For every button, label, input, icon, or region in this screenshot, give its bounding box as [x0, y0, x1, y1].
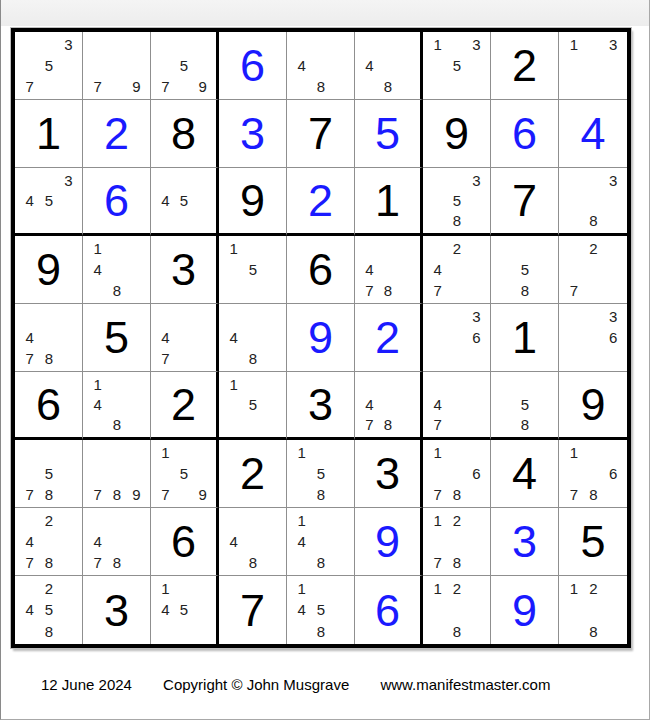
- solved-digit: 2: [104, 111, 129, 156]
- cell-r6c8[interactable]: 58: [491, 372, 559, 440]
- sudoku-board: 3577957964848135213128375964345645921358…: [11, 28, 631, 648]
- pencil-mark-5: 5: [515, 394, 534, 414]
- cell-r7c6[interactable]: 3: [355, 440, 423, 508]
- cell-r2c7[interactable]: 9: [423, 100, 491, 168]
- pencil-mark-8: 8: [584, 621, 604, 642]
- pencil-mark-1: 1: [564, 578, 584, 599]
- solved-digit: 3: [240, 111, 265, 156]
- cell-r1c1[interactable]: 357: [15, 32, 83, 100]
- pencil-marks: 358: [428, 170, 486, 231]
- given-digit: 6: [171, 519, 196, 564]
- pencil-mark-4: 4: [224, 531, 243, 552]
- pencil-mark-4: 4: [88, 259, 107, 280]
- cell-r6c4[interactable]: 15: [219, 372, 287, 440]
- pencil-mark-7: 7: [564, 484, 584, 505]
- pencil-mark-8: 8: [311, 621, 330, 642]
- pencil-mark-1: 1: [88, 374, 107, 394]
- pencil-mark-3: 3: [603, 170, 623, 190]
- pencil-mark-8: 8: [447, 211, 466, 231]
- pencil-mark-7: 7: [428, 484, 447, 505]
- pencil-mark-8: 8: [107, 280, 126, 301]
- pencil-mark-8: 8: [311, 552, 330, 573]
- solved-digit: 3: [512, 519, 537, 564]
- pencil-mark-5: 5: [175, 599, 194, 620]
- pencil-mark-5: 5: [175, 55, 194, 76]
- pencil-mark-1: 1: [88, 238, 107, 259]
- pencil-mark-7: 7: [428, 552, 447, 573]
- pencil-mark-5: 5: [243, 259, 262, 280]
- cell-r8c1[interactable]: 2478: [15, 508, 83, 576]
- pencil-mark-8: 8: [243, 552, 262, 573]
- given-digit: 9: [580, 382, 605, 427]
- given-digit: 3: [308, 382, 333, 427]
- pencil-mark-8: 8: [311, 484, 330, 505]
- pencil-mark-8: 8: [447, 621, 466, 642]
- cell-r3c4[interactable]: 9: [219, 168, 287, 236]
- pencil-mark-4: 4: [428, 259, 447, 280]
- pencil-mark-4: 4: [156, 599, 175, 620]
- pencil-mark-7: 7: [156, 484, 175, 505]
- solved-digit: 2: [308, 178, 333, 223]
- given-digit: 3: [171, 247, 196, 292]
- pencil-mark-7: 7: [20, 484, 39, 505]
- pencil-mark-8: 8: [39, 484, 58, 505]
- pencil-mark-1: 1: [292, 578, 311, 599]
- pencil-mark-9: 9: [127, 484, 146, 505]
- cell-r8c7[interactable]: 1278: [423, 508, 491, 576]
- footer: 12 June 2024 Copyright © John Musgrave w…: [41, 676, 550, 693]
- pencil-marks: 58: [496, 238, 554, 301]
- pencil-marks: 15: [224, 374, 282, 435]
- cell-r3c7[interactable]: 358: [423, 168, 491, 236]
- pencil-marks: 36: [428, 306, 486, 369]
- cell-r8c5[interactable]: 148: [287, 508, 355, 576]
- solved-digit: 4: [580, 111, 605, 156]
- pencil-mark-6: 6: [603, 463, 623, 484]
- pencil-mark-8: 8: [515, 280, 534, 301]
- cell-r4c9[interactable]: 27: [559, 236, 627, 304]
- pencil-mark-3: 3: [59, 34, 78, 55]
- pencil-mark-7: 7: [20, 348, 39, 369]
- cell-r5c6[interactable]: 2: [355, 304, 423, 372]
- cell-r9c4[interactable]: 7: [219, 576, 287, 644]
- cell-r8c6[interactable]: 9: [355, 508, 423, 576]
- cell-r2c4[interactable]: 3: [219, 100, 287, 168]
- pencil-marks: 128: [564, 578, 623, 642]
- cell-r3c6[interactable]: 1: [355, 168, 423, 236]
- pencil-mark-8: 8: [39, 552, 58, 573]
- pencil-marks: 247: [428, 238, 486, 301]
- cell-r3c8[interactable]: 7: [491, 168, 559, 236]
- cell-r1c9[interactable]: 13: [559, 32, 627, 100]
- pencil-mark-7: 7: [428, 280, 447, 301]
- cell-r7c3[interactable]: 1579: [151, 440, 219, 508]
- cell-r4c8[interactable]: 58: [491, 236, 559, 304]
- pencil-mark-8: 8: [379, 280, 398, 301]
- given-digit: 7: [512, 178, 537, 223]
- pencil-mark-8: 8: [584, 484, 604, 505]
- pencil-mark-3: 3: [603, 306, 623, 327]
- pencil-mark-1: 1: [428, 578, 447, 599]
- solved-digit: 6: [512, 111, 537, 156]
- pencil-marks: 48: [360, 34, 416, 97]
- given-digit: 9: [240, 178, 265, 223]
- cell-r3c9[interactable]: 38: [559, 168, 627, 236]
- pencil-marks: 2478: [20, 510, 78, 573]
- pencil-marks: 27: [564, 238, 623, 301]
- cell-r6c3[interactable]: 2: [151, 372, 219, 440]
- page: 3577957964848135213128375964345645921358…: [0, 0, 650, 720]
- pencil-mark-4: 4: [156, 190, 175, 210]
- cell-r2c9[interactable]: 4: [559, 100, 627, 168]
- cell-r6c1[interactable]: 6: [15, 372, 83, 440]
- pencil-mark-7: 7: [156, 348, 175, 369]
- cell-r5c5[interactable]: 9: [287, 304, 355, 372]
- pencil-mark-8: 8: [379, 415, 398, 435]
- cell-r9c1[interactable]: 2458: [15, 576, 83, 644]
- cell-r4c5[interactable]: 6: [287, 236, 355, 304]
- pencil-mark-6: 6: [603, 327, 623, 348]
- given-digit: 5: [580, 519, 605, 564]
- cell-r3c5[interactable]: 2: [287, 168, 355, 236]
- pencil-mark-1: 1: [564, 442, 584, 463]
- pencil-mark-7: 7: [428, 415, 447, 435]
- pencil-marks: 478: [88, 510, 146, 573]
- pencil-mark-8: 8: [311, 76, 330, 97]
- pencil-mark-1: 1: [224, 238, 243, 259]
- pencil-marks: 13: [564, 34, 623, 97]
- pencil-mark-4: 4: [20, 599, 39, 620]
- cell-r9c7[interactable]: 128: [423, 576, 491, 644]
- given-digit: 1: [512, 315, 537, 360]
- cell-r1c7[interactable]: 135: [423, 32, 491, 100]
- pencil-mark-3: 3: [467, 34, 486, 55]
- cell-r5c3[interactable]: 47: [151, 304, 219, 372]
- pencil-mark-5: 5: [243, 394, 262, 414]
- pencil-mark-1: 1: [292, 510, 311, 531]
- pencil-mark-6: 6: [467, 327, 486, 348]
- pencil-mark-8: 8: [584, 211, 604, 231]
- solved-digit: 5: [375, 111, 400, 156]
- cell-r9c5[interactable]: 1458: [287, 576, 355, 644]
- given-digit: 8: [171, 111, 196, 156]
- pencil-mark-3: 3: [467, 170, 486, 190]
- pencil-mark-5: 5: [447, 55, 466, 76]
- given-digit: 4: [512, 451, 537, 496]
- pencil-marks: 357: [20, 34, 78, 97]
- given-digit: 9: [36, 247, 61, 292]
- cell-r2c3[interactable]: 8: [151, 100, 219, 168]
- pencil-mark-4: 4: [360, 394, 379, 414]
- pencil-mark-5: 5: [175, 463, 194, 484]
- pencil-mark-5: 5: [39, 599, 58, 620]
- pencil-mark-7: 7: [20, 552, 39, 573]
- cell-r5c8[interactable]: 1: [491, 304, 559, 372]
- cell-r6c2[interactable]: 148: [83, 372, 151, 440]
- pencil-mark-1: 1: [428, 442, 447, 463]
- cell-r4c6[interactable]: 478: [355, 236, 423, 304]
- cell-r4c7[interactable]: 247: [423, 236, 491, 304]
- given-digit: 1: [36, 111, 61, 156]
- given-digit: 2: [240, 451, 265, 496]
- cell-r1c6[interactable]: 48: [355, 32, 423, 100]
- pencil-marks: 158: [292, 442, 350, 505]
- pencil-mark-5: 5: [39, 55, 58, 76]
- pencil-mark-4: 4: [88, 531, 107, 552]
- pencil-marks: 1278: [428, 510, 486, 573]
- pencil-mark-2: 2: [447, 510, 466, 531]
- footer-date: 12 June 2024: [41, 676, 132, 693]
- pencil-mark-7: 7: [360, 415, 379, 435]
- pencil-marks: 128: [428, 578, 486, 642]
- footer-copyright: Copyright © John Musgrave: [163, 676, 349, 693]
- pencil-mark-4: 4: [20, 190, 39, 210]
- solved-digit: 6: [104, 178, 129, 223]
- solved-digit: 9: [308, 315, 333, 360]
- pencil-marks: 145: [156, 578, 212, 642]
- cell-r6c5[interactable]: 3: [287, 372, 355, 440]
- pencil-mark-4: 4: [20, 531, 39, 552]
- cell-r2c2[interactable]: 2: [83, 100, 151, 168]
- cell-r4c4[interactable]: 15: [219, 236, 287, 304]
- pencil-mark-9: 9: [193, 76, 212, 97]
- pencil-mark-7: 7: [88, 484, 107, 505]
- pencil-marks: 578: [20, 442, 78, 505]
- pencil-mark-9: 9: [127, 76, 146, 97]
- pencil-mark-8: 8: [379, 76, 398, 97]
- cell-r7c9[interactable]: 1678: [559, 440, 627, 508]
- pencil-marks: 135: [428, 34, 486, 97]
- pencil-marks: 48: [224, 306, 282, 369]
- pencil-mark-3: 3: [603, 34, 623, 55]
- footer-website[interactable]: www.manifestmaster.com: [380, 676, 550, 693]
- pencil-mark-5: 5: [447, 190, 466, 210]
- pencil-mark-4: 4: [224, 327, 243, 348]
- cell-r9c8[interactable]: 9: [491, 576, 559, 644]
- pencil-mark-1: 1: [292, 442, 311, 463]
- pencil-marks: 47: [156, 306, 212, 369]
- solved-digit: 9: [375, 519, 400, 564]
- pencil-marks: 148: [88, 238, 146, 301]
- given-digit: 1: [375, 178, 400, 223]
- given-digit: 2: [171, 382, 196, 427]
- cell-r7c1[interactable]: 578: [15, 440, 83, 508]
- pencil-mark-5: 5: [311, 599, 330, 620]
- cell-r4c3[interactable]: 3: [151, 236, 219, 304]
- pencil-mark-2: 2: [584, 238, 604, 259]
- pencil-marks: 345: [20, 170, 78, 231]
- header-band: [1, 0, 649, 26]
- given-digit: 3: [104, 588, 129, 633]
- pencil-mark-8: 8: [243, 348, 262, 369]
- pencil-marks: 579: [156, 34, 212, 97]
- cell-r1c8[interactable]: 2: [491, 32, 559, 100]
- pencil-mark-3: 3: [59, 170, 78, 190]
- pencil-marks: 45: [156, 170, 212, 231]
- given-digit: 9: [444, 111, 469, 156]
- pencil-mark-8: 8: [447, 552, 466, 573]
- pencil-mark-7: 7: [156, 76, 175, 97]
- cell-r8c4[interactable]: 48: [219, 508, 287, 576]
- cell-r7c2[interactable]: 789: [83, 440, 151, 508]
- pencil-mark-6: 6: [467, 463, 486, 484]
- pencil-marks: 79: [88, 34, 146, 97]
- pencil-mark-7: 7: [360, 280, 379, 301]
- pencil-mark-4: 4: [156, 327, 175, 348]
- cell-r4c1[interactable]: 9: [15, 236, 83, 304]
- pencil-mark-8: 8: [39, 348, 58, 369]
- pencil-marks: 478: [360, 374, 416, 435]
- cell-r5c9[interactable]: 36: [559, 304, 627, 372]
- pencil-mark-8: 8: [107, 415, 126, 435]
- pencil-marks: 2458: [20, 578, 78, 642]
- cell-r5c1[interactable]: 478: [15, 304, 83, 372]
- pencil-mark-1: 1: [156, 578, 175, 599]
- cell-r9c9[interactable]: 128: [559, 576, 627, 644]
- cell-r4c2[interactable]: 148: [83, 236, 151, 304]
- solved-digit: 9: [512, 588, 537, 633]
- pencil-mark-7: 7: [564, 280, 584, 301]
- pencil-mark-8: 8: [107, 552, 126, 573]
- cell-r2c8[interactable]: 6: [491, 100, 559, 168]
- cell-r1c5[interactable]: 48: [287, 32, 355, 100]
- given-digit: 7: [240, 588, 265, 633]
- pencil-mark-8: 8: [515, 415, 534, 435]
- pencil-mark-1: 1: [428, 510, 447, 531]
- pencil-mark-4: 4: [292, 599, 311, 620]
- cell-r6c6[interactable]: 478: [355, 372, 423, 440]
- pencil-mark-5: 5: [175, 190, 194, 210]
- pencil-mark-2: 2: [447, 578, 466, 599]
- pencil-marks: 48: [224, 510, 282, 573]
- pencil-marks: 58: [496, 374, 554, 435]
- cell-r5c2[interactable]: 5: [83, 304, 151, 372]
- cell-r8c8[interactable]: 3: [491, 508, 559, 576]
- pencil-mark-4: 4: [360, 259, 379, 280]
- pencil-marks: 1678: [428, 442, 486, 505]
- pencil-mark-8: 8: [39, 621, 58, 642]
- pencil-mark-5: 5: [39, 463, 58, 484]
- cell-r5c7[interactable]: 36: [423, 304, 491, 372]
- cell-r2c6[interactable]: 5: [355, 100, 423, 168]
- pencil-mark-2: 2: [39, 578, 58, 599]
- cell-r1c4[interactable]: 6: [219, 32, 287, 100]
- pencil-mark-8: 8: [107, 484, 126, 505]
- cell-r8c3[interactable]: 6: [151, 508, 219, 576]
- solved-digit: 2: [375, 315, 400, 360]
- cell-r5c4[interactable]: 48: [219, 304, 287, 372]
- cell-r2c1[interactable]: 1: [15, 100, 83, 168]
- pencil-marks: 478: [20, 306, 78, 369]
- given-digit: 7: [308, 111, 333, 156]
- pencil-mark-5: 5: [39, 190, 58, 210]
- pencil-marks: 38: [564, 170, 623, 231]
- given-digit: 6: [308, 247, 333, 292]
- cell-r8c9[interactable]: 5: [559, 508, 627, 576]
- cell-r6c7[interactable]: 47: [423, 372, 491, 440]
- pencil-marks: 36: [564, 306, 623, 369]
- pencil-marks: 48: [292, 34, 350, 97]
- pencil-marks: 47: [428, 374, 486, 435]
- pencil-mark-4: 4: [292, 531, 311, 552]
- pencil-mark-1: 1: [564, 34, 584, 55]
- given-digit: 3: [375, 451, 400, 496]
- cell-r2c5[interactable]: 7: [287, 100, 355, 168]
- cell-r9c2[interactable]: 3: [83, 576, 151, 644]
- pencil-mark-1: 1: [156, 442, 175, 463]
- pencil-mark-4: 4: [20, 327, 39, 348]
- given-digit: 5: [104, 315, 129, 360]
- pencil-mark-5: 5: [311, 463, 330, 484]
- given-digit: 2: [512, 43, 537, 88]
- pencil-mark-9: 9: [193, 484, 212, 505]
- pencil-mark-4: 4: [428, 394, 447, 414]
- pencil-marks: 789: [88, 442, 146, 505]
- pencil-marks: 1579: [156, 442, 212, 505]
- pencil-mark-8: 8: [447, 484, 466, 505]
- cell-r8c2[interactable]: 478: [83, 508, 151, 576]
- pencil-mark-7: 7: [20, 76, 39, 97]
- pencil-mark-2: 2: [39, 510, 58, 531]
- cell-r7c7[interactable]: 1678: [423, 440, 491, 508]
- pencil-mark-7: 7: [88, 76, 107, 97]
- cell-r1c3[interactable]: 579: [151, 32, 219, 100]
- pencil-mark-1: 1: [224, 374, 243, 394]
- given-digit: 6: [36, 382, 61, 427]
- pencil-mark-1: 1: [428, 34, 447, 55]
- cell-r9c6[interactable]: 6: [355, 576, 423, 644]
- pencil-marks: 148: [292, 510, 350, 573]
- pencil-mark-7: 7: [88, 552, 107, 573]
- cell-r7c4[interactable]: 2: [219, 440, 287, 508]
- cell-r6c9[interactable]: 9: [559, 372, 627, 440]
- pencil-mark-4: 4: [360, 55, 379, 76]
- pencil-marks: 1458: [292, 578, 350, 642]
- pencil-marks: 15: [224, 238, 282, 301]
- pencil-mark-2: 2: [447, 238, 466, 259]
- cell-r3c1[interactable]: 345: [15, 168, 83, 236]
- pencil-marks: 148: [88, 374, 146, 435]
- solved-digit: 6: [240, 43, 265, 88]
- pencil-mark-3: 3: [467, 306, 486, 327]
- cell-r7c5[interactable]: 158: [287, 440, 355, 508]
- pencil-marks: 478: [360, 238, 416, 301]
- cell-r3c2[interactable]: 6: [83, 168, 151, 236]
- cell-r9c3[interactable]: 145: [151, 576, 219, 644]
- pencil-mark-4: 4: [88, 394, 107, 414]
- cell-r3c3[interactable]: 45: [151, 168, 219, 236]
- cell-r7c8[interactable]: 4: [491, 440, 559, 508]
- pencil-mark-5: 5: [515, 259, 534, 280]
- pencil-mark-2: 2: [584, 578, 604, 599]
- solved-digit: 6: [375, 588, 400, 633]
- pencil-marks: 1678: [564, 442, 623, 505]
- pencil-mark-4: 4: [292, 55, 311, 76]
- cell-r1c2[interactable]: 79: [83, 32, 151, 100]
